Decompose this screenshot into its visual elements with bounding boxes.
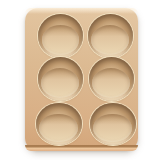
cup-floor [92,68,130,98]
cup-floor [91,25,129,55]
cup-floor [42,25,80,55]
muffin-cup [90,103,136,145]
cups-layer [0,0,160,160]
product-photo [0,0,160,160]
muffin-cup [88,14,133,58]
muffin-cup [89,57,134,101]
muffin-cup [38,14,83,58]
muffin-cup [38,57,83,101]
cup-floor [41,68,79,98]
cup-floor [93,114,132,143]
muffin-cup [36,103,82,145]
cup-floor [39,114,78,143]
